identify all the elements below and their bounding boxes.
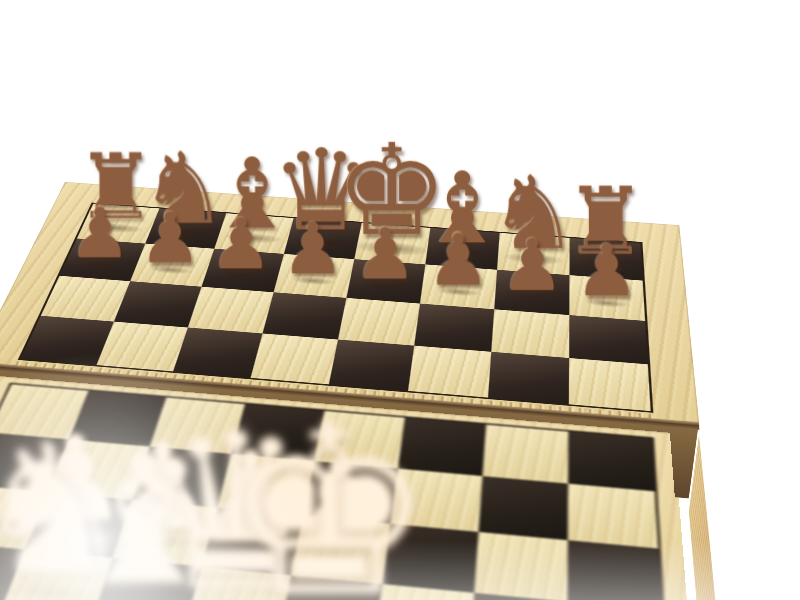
board-square[interactable] (479, 476, 569, 540)
chess-piece-brown-pawn[interactable]: ♟ (69, 201, 131, 267)
board-square[interactable] (568, 484, 658, 549)
chess-piece-brown-pawn[interactable]: ♟ (139, 206, 202, 272)
board-square[interactable] (470, 593, 568, 600)
chess-piece-brown-pawn[interactable]: ♟ (353, 221, 416, 288)
chess-photo-stage: ♜♞♝♛♚♝♞♜♟♟♟♟♟♟♟♟ ♟♟♟♟♟♜♞♝♛♚ (0, 0, 800, 600)
chess-piece-brown-pawn[interactable]: ♟ (281, 216, 344, 283)
scene: ♜♞♝♛♚♝♞♜♟♟♟♟♟♟♟♟ ♟♟♟♟♟♜♞♝♛♚ (0, 0, 800, 600)
chess-piece-brown-pawn[interactable]: ♟ (210, 211, 273, 278)
board-square[interactable] (568, 432, 655, 492)
chess-piece-brown-pawn[interactable]: ♟ (426, 227, 490, 295)
board-square[interactable] (568, 540, 662, 600)
chess-piece-brown-pawn[interactable]: ♟ (575, 237, 639, 305)
chess-piece-brown-pawn[interactable]: ♟ (500, 232, 564, 300)
board-square[interactable] (482, 425, 568, 484)
chess-piece-white-king[interactable]: ♚ (223, 400, 435, 600)
chess-board: ♜♞♝♛♚♝♞♜♟♟♟♟♟♟♟♟ ♟♟♟♟♟♜♞♝♛♚ (0, 182, 730, 600)
board-square[interactable] (474, 532, 568, 600)
box-side-face-near (689, 435, 728, 600)
